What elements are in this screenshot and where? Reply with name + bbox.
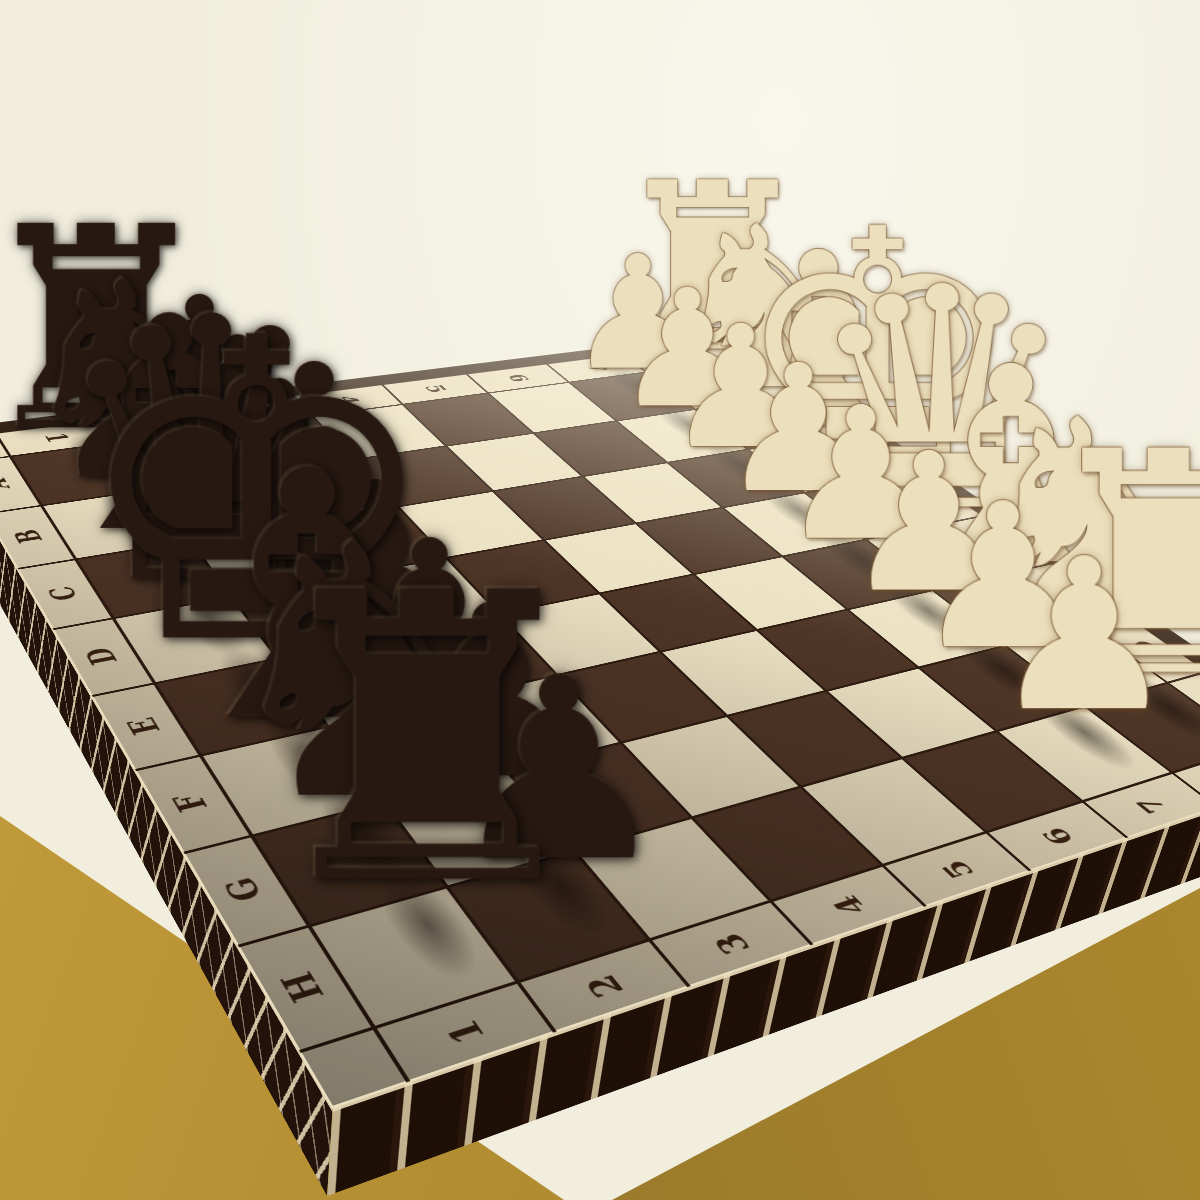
file-label-a: A — [748, 373, 777, 383]
file-label-b: B — [799, 409, 830, 421]
white-pawn-icon: ♟ — [990, 530, 1178, 740]
black-rook-icon: ♜ — [250, 542, 606, 939]
scene: ABCDEFGH8877665544332211ABCDEFGH ♜♞♝♚♛♝♞… — [0, 0, 1200, 1200]
rank-label-8: 8 — [657, 354, 685, 363]
rank-label-7: 7 — [582, 363, 611, 372]
rank-label-6: 6 — [503, 373, 533, 383]
chess-board: ABCDEFGH8877665544332211ABCDEFGH ♜♞♝♚♛♝♞… — [0, 332, 1200, 1108]
file-label-c: C — [855, 448, 887, 460]
file-label-a: A — [0, 477, 15, 491]
